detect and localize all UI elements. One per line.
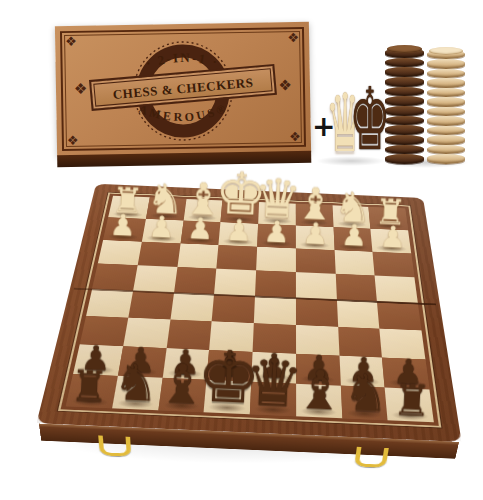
square-g3 [137,241,180,267]
checker-disc [385,48,424,58]
board-walnut-frame: ♜♞♝♚♛♝♞♜♟♟♟♟♟♟♟♟♟♟♟♟♟♟♟♟♜♞♝♚♛♝♞♜ [36,184,461,442]
checker-disc [427,88,465,97]
checker-disc [385,87,424,97]
piece-bR-h8: ♜ [70,365,110,407]
square-f4 [174,267,217,294]
square-e5 [212,294,255,323]
checker-disc [427,69,465,78]
checker-disc [385,77,424,87]
piece-wP-g2: ♟ [148,213,175,242]
square-b2: ♟ [333,227,373,252]
square-b5 [336,300,379,329]
piece-bN-b8: ♞ [342,369,390,419]
box-left-fleur-icon: ❖ [74,80,88,98]
square-g5 [128,291,174,320]
square-h4 [92,264,137,291]
square-a2: ♟ [371,229,412,254]
piece-bN-g8: ♞ [112,359,160,409]
square-d8: ♛ [250,382,296,416]
chess-board: ♜♞♝♚♛♝♞♜♟♟♟♟♟♟♟♟♟♟♟♟♟♟♟♟♜♞♝♚♛♝♞♜ [62,103,448,489]
square-e3 [217,245,258,271]
square-f3 [177,243,219,269]
checker-disc [427,50,465,59]
square-c3 [296,248,336,274]
square-f5 [170,292,214,321]
piece-wP-e2: ♟ [225,217,252,246]
square-b4 [335,274,377,301]
board-squares-grid: ♜♞♝♚♛♝♞♜♟♟♟♟♟♟♟♟♟♟♟♟♟♟♟♟♜♞♝♚♛♝♞♜ [66,196,434,423]
svg-text:· 2-IN-1 ·: · 2-IN-1 · [144,49,221,71]
brass-latch-left [98,436,131,457]
square-b3 [334,250,375,276]
board-front-edge [39,423,460,458]
square-a3 [373,252,415,278]
square-c5 [296,298,338,327]
checker-disc [385,106,424,116]
square-c2: ♟ [296,225,335,250]
square-a4 [375,276,418,303]
square-d3 [256,247,296,273]
piece-wP-a2: ♟ [379,223,406,252]
piece-wP-h2: ♟ [109,212,136,241]
square-a8: ♜ [385,388,434,423]
square-d2: ♟ [257,224,295,248]
square-h2: ♟ [103,217,146,241]
square-f2: ♟ [180,220,221,244]
square-b8: ♞ [340,386,387,420]
piece-wP-b2: ♟ [340,222,367,251]
product-photo-scene: ❖ ❖ ❖ ❖ · 2-IN-1 · AMEROUS® ❖ ❖ CHESS & … [0,0,483,500]
box-title: CHESS & CHECKERS [112,75,254,102]
square-g4 [133,265,177,292]
checker-disc [427,107,465,116]
square-h8: ♜ [66,374,118,408]
square-h3 [98,240,142,266]
piece-wP-d2: ♟ [263,218,290,247]
brass-latch-right [354,447,389,468]
square-c4 [296,272,337,299]
checker-disc [385,67,424,77]
square-h5 [86,289,133,318]
checker-disc [427,59,465,68]
checker-disc [427,78,465,87]
piece-wP-f2: ♟ [186,215,213,244]
square-a5 [377,301,421,330]
square-e4 [214,269,256,296]
checker-disc [427,97,465,106]
box-right-fleur-icon: ❖ [278,76,292,94]
square-e2: ♟ [219,222,258,246]
square-d4 [255,271,296,298]
box-2in1-label: · 2-IN-1 · [144,49,221,71]
board-3d-surface: ♜♞♝♚♛♝♞♜♟♟♟♟♟♟♟♟♟♟♟♟♟♟♟♟♜♞♝♚♛♝♞♜ [36,184,461,442]
piece-bQ-d8: ♛ [244,351,305,416]
checker-disc [385,58,424,68]
square-g2: ♟ [142,219,184,243]
piece-bR-a8: ♜ [392,379,432,421]
checker-disc [385,96,424,106]
piece-wP-c2: ♟ [302,220,329,249]
square-d5 [254,296,296,325]
square-g8: ♞ [112,376,162,410]
